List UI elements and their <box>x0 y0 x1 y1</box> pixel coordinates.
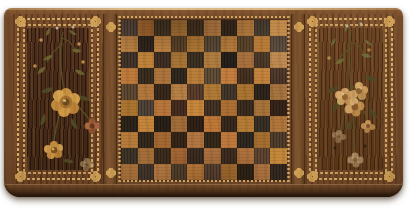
board-square[interactable] <box>121 100 138 116</box>
board-square[interactable] <box>171 100 188 116</box>
board-square[interactable] <box>237 84 254 100</box>
bottom-rail <box>4 184 403 197</box>
board-square[interactable] <box>254 20 271 36</box>
board-square[interactable] <box>254 84 271 100</box>
board-square[interactable] <box>138 84 155 100</box>
board-square[interactable] <box>138 36 155 52</box>
frame-edge-left <box>4 14 13 184</box>
board-square[interactable] <box>121 164 138 180</box>
board-square[interactable] <box>154 84 171 100</box>
board-square[interactable] <box>221 84 238 100</box>
board-square[interactable] <box>237 52 254 68</box>
board-square[interactable] <box>270 68 287 84</box>
board-square[interactable] <box>154 116 171 132</box>
board-top-surface <box>4 14 403 184</box>
board-square[interactable] <box>270 132 287 148</box>
board-square[interactable] <box>187 52 204 68</box>
left-marquetry-panel <box>13 14 103 184</box>
floral-inlay-right <box>305 14 397 184</box>
board-square[interactable] <box>204 36 221 52</box>
board-square[interactable] <box>171 52 188 68</box>
board-square[interactable] <box>221 100 238 116</box>
board-square[interactable] <box>121 84 138 100</box>
quatrefoil-motif <box>90 171 101 182</box>
board-square[interactable] <box>204 68 221 84</box>
frame-edge-right <box>397 14 403 184</box>
board-square[interactable] <box>254 132 271 148</box>
floral-inlay-left <box>13 14 103 184</box>
board-square[interactable] <box>187 36 204 52</box>
board-square[interactable] <box>204 52 221 68</box>
board-square[interactable] <box>270 164 287 180</box>
board-square[interactable] <box>154 132 171 148</box>
board-square[interactable] <box>254 164 271 180</box>
games-board <box>4 8 403 197</box>
board-square[interactable] <box>154 148 171 164</box>
board-square[interactable] <box>237 132 254 148</box>
board-square[interactable] <box>237 100 254 116</box>
board-square[interactable] <box>171 164 188 180</box>
board-square[interactable] <box>154 52 171 68</box>
board-square[interactable] <box>171 84 188 100</box>
quatrefoil-motif <box>307 171 318 182</box>
board-square[interactable] <box>187 164 204 180</box>
checkerboard <box>117 14 291 184</box>
board-square[interactable] <box>254 68 271 84</box>
board-square[interactable] <box>121 148 138 164</box>
board-square[interactable] <box>154 20 171 36</box>
quatrefoil-motif <box>384 171 395 182</box>
quatrefoil-motif <box>15 171 26 182</box>
board-square[interactable] <box>237 20 254 36</box>
board-square[interactable] <box>121 116 138 132</box>
board-square[interactable] <box>270 20 287 36</box>
board-square[interactable] <box>221 164 238 180</box>
board-square[interactable] <box>154 164 171 180</box>
board-square[interactable] <box>121 36 138 52</box>
board-square[interactable] <box>121 20 138 36</box>
board-square[interactable] <box>270 116 287 132</box>
quatrefoil-motif <box>106 22 116 32</box>
board-square[interactable] <box>171 36 188 52</box>
board-square[interactable] <box>187 68 204 84</box>
board-square[interactable] <box>187 100 204 116</box>
board-square[interactable] <box>171 116 188 132</box>
board-square[interactable] <box>270 100 287 116</box>
board-square[interactable] <box>204 100 221 116</box>
divider-strip <box>291 14 305 184</box>
board-square[interactable] <box>237 116 254 132</box>
board-square[interactable] <box>171 68 188 84</box>
board-square[interactable] <box>171 132 188 148</box>
board-square[interactable] <box>254 36 271 52</box>
board-square[interactable] <box>221 36 238 52</box>
board-square[interactable] <box>171 148 188 164</box>
quatrefoil-motif <box>106 168 116 178</box>
board-square[interactable] <box>138 148 155 164</box>
board-square[interactable] <box>204 132 221 148</box>
board-square[interactable] <box>221 20 238 36</box>
right-marquetry-panel <box>305 14 397 184</box>
quatrefoil-motif <box>384 16 395 27</box>
board-square[interactable] <box>138 52 155 68</box>
board-square[interactable] <box>204 164 221 180</box>
board-square[interactable] <box>204 84 221 100</box>
board-square[interactable] <box>221 116 238 132</box>
board-square[interactable] <box>187 116 204 132</box>
board-square[interactable] <box>187 84 204 100</box>
board-square[interactable] <box>237 148 254 164</box>
board-square[interactable] <box>187 132 204 148</box>
quatrefoil-motif <box>294 22 304 32</box>
board-square[interactable] <box>121 68 138 84</box>
board-square[interactable] <box>138 164 155 180</box>
board-square[interactable] <box>204 116 221 132</box>
board-square[interactable] <box>138 68 155 84</box>
board-square[interactable] <box>154 100 171 116</box>
board-square[interactable] <box>154 36 171 52</box>
board-square[interactable] <box>221 132 238 148</box>
board-square[interactable] <box>254 148 271 164</box>
board-square[interactable] <box>171 20 188 36</box>
board-square[interactable] <box>270 36 287 52</box>
checker-grid <box>121 20 287 180</box>
board-square[interactable] <box>254 52 271 68</box>
board-square[interactable] <box>121 132 138 148</box>
quatrefoil-motif <box>307 16 318 27</box>
board-square[interactable] <box>221 52 238 68</box>
board-square[interactable] <box>138 116 155 132</box>
board-square[interactable] <box>221 148 238 164</box>
board-square[interactable] <box>270 84 287 100</box>
board-square[interactable] <box>138 132 155 148</box>
board-square[interactable] <box>237 36 254 52</box>
quatrefoil-motif <box>15 16 26 27</box>
board-square[interactable] <box>204 20 221 36</box>
board-square[interactable] <box>154 68 171 84</box>
photo-background <box>0 0 410 208</box>
board-square[interactable] <box>237 68 254 84</box>
board-square[interactable] <box>221 68 238 84</box>
board-square[interactable] <box>187 148 204 164</box>
quatrefoil-motif <box>294 168 304 178</box>
board-square[interactable] <box>254 100 271 116</box>
board-square[interactable] <box>237 164 254 180</box>
board-square[interactable] <box>187 20 204 36</box>
board-square[interactable] <box>204 148 221 164</box>
board-square[interactable] <box>270 148 287 164</box>
board-square[interactable] <box>270 52 287 68</box>
board-square[interactable] <box>254 116 271 132</box>
board-square[interactable] <box>121 52 138 68</box>
quatrefoil-motif <box>90 16 101 27</box>
board-square[interactable] <box>138 20 155 36</box>
divider-strip <box>103 14 117 184</box>
rose-inlay <box>51 88 80 117</box>
board-square[interactable] <box>138 100 155 116</box>
